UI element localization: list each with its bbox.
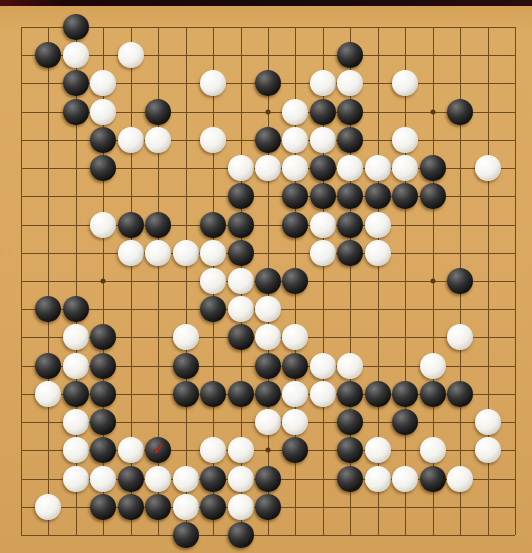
white-stone [365, 466, 391, 492]
black-stone [282, 353, 308, 379]
white-stone [282, 99, 308, 125]
white-stone [475, 155, 501, 181]
black-stone [337, 183, 363, 209]
black-stone [392, 409, 418, 435]
white-stone [255, 296, 281, 322]
white-stone [90, 466, 116, 492]
white-stone [255, 155, 281, 181]
black-stone [447, 268, 473, 294]
white-stone [282, 155, 308, 181]
white-stone [145, 127, 171, 153]
go-board[interactable]: ✓ [0, 0, 532, 553]
black-stone [255, 381, 281, 407]
black-stone [173, 353, 199, 379]
black-stone [282, 212, 308, 238]
black-stone [228, 183, 254, 209]
black-stone [337, 437, 363, 463]
white-stone [200, 240, 226, 266]
white-stone [200, 437, 226, 463]
white-stone [365, 212, 391, 238]
black-stone [90, 409, 116, 435]
black-stone [337, 381, 363, 407]
black-stone [228, 240, 254, 266]
black-stone [337, 99, 363, 125]
white-stone [447, 466, 473, 492]
black-stone [420, 466, 446, 492]
black-stone [173, 381, 199, 407]
black-stone [228, 381, 254, 407]
white-stone [475, 409, 501, 435]
white-stone [337, 70, 363, 96]
white-stone [282, 324, 308, 350]
video-frame: ✓ [0, 0, 532, 553]
white-stone [337, 155, 363, 181]
white-stone [145, 240, 171, 266]
black-stone [420, 183, 446, 209]
star-point [430, 109, 435, 114]
black-stone [90, 437, 116, 463]
white-stone [63, 353, 89, 379]
black-stone [255, 466, 281, 492]
black-stone [447, 99, 473, 125]
white-stone [173, 324, 199, 350]
white-stone [90, 212, 116, 238]
white-stone [118, 437, 144, 463]
white-stone [392, 70, 418, 96]
white-stone [475, 437, 501, 463]
black-stone [282, 183, 308, 209]
grid-line-vertical [515, 27, 516, 535]
black-stone [118, 466, 144, 492]
white-stone [63, 466, 89, 492]
black-stone [337, 127, 363, 153]
black-stone [63, 14, 89, 40]
black-stone [420, 155, 446, 181]
white-stone [310, 353, 336, 379]
white-stone [392, 466, 418, 492]
black-stone [392, 183, 418, 209]
last-move-marker: ✓ [152, 442, 165, 457]
black-stone [282, 437, 308, 463]
white-stone [118, 240, 144, 266]
black-stone [365, 381, 391, 407]
white-stone [228, 268, 254, 294]
white-stone [63, 42, 89, 68]
black-stone [337, 212, 363, 238]
black-stone [255, 127, 281, 153]
black-stone [337, 240, 363, 266]
black-stone [90, 353, 116, 379]
white-stone [200, 268, 226, 294]
white-stone [365, 437, 391, 463]
black-stone [310, 99, 336, 125]
black-stone [447, 381, 473, 407]
black-stone [90, 381, 116, 407]
white-stone [228, 155, 254, 181]
black-stone [310, 183, 336, 209]
black-stone [200, 296, 226, 322]
white-stone [228, 296, 254, 322]
white-stone [63, 324, 89, 350]
black-stone [228, 212, 254, 238]
black-stone [63, 99, 89, 125]
star-point [430, 279, 435, 284]
black-stone [255, 353, 281, 379]
black-stone [173, 522, 199, 548]
white-stone [90, 70, 116, 96]
black-stone [90, 155, 116, 181]
white-stone [392, 127, 418, 153]
white-stone [420, 437, 446, 463]
white-stone [35, 381, 61, 407]
white-stone [420, 353, 446, 379]
black-stone [337, 42, 363, 68]
black-stone [365, 183, 391, 209]
black-stone [118, 494, 144, 520]
white-stone [173, 240, 199, 266]
white-stone [200, 127, 226, 153]
black-stone [90, 494, 116, 520]
black-stone [255, 70, 281, 96]
white-stone [35, 494, 61, 520]
black-stone [420, 381, 446, 407]
black-stone [337, 409, 363, 435]
black-stone [255, 268, 281, 294]
white-stone [173, 494, 199, 520]
star-point [266, 109, 271, 114]
black-stone [200, 212, 226, 238]
white-stone [255, 324, 281, 350]
white-stone [90, 99, 116, 125]
white-stone [63, 409, 89, 435]
white-stone [200, 70, 226, 96]
white-stone [173, 466, 199, 492]
white-stone [228, 494, 254, 520]
white-stone [310, 127, 336, 153]
white-stone [392, 155, 418, 181]
white-stone [63, 437, 89, 463]
star-point [101, 279, 106, 284]
white-stone [310, 240, 336, 266]
black-stone [145, 99, 171, 125]
black-stone [145, 212, 171, 238]
black-stone [90, 324, 116, 350]
black-stone [255, 494, 281, 520]
white-stone [145, 466, 171, 492]
black-stone: ✓ [145, 437, 171, 463]
black-stone [228, 522, 254, 548]
black-stone [118, 212, 144, 238]
black-stone [35, 296, 61, 322]
black-stone [392, 381, 418, 407]
white-stone [118, 127, 144, 153]
black-stone [35, 42, 61, 68]
white-stone [337, 353, 363, 379]
grid-line-vertical [405, 27, 406, 535]
black-stone [63, 381, 89, 407]
black-stone [200, 466, 226, 492]
white-stone [228, 437, 254, 463]
white-stone [282, 409, 308, 435]
white-stone [228, 466, 254, 492]
star-point [266, 448, 271, 453]
white-stone [365, 155, 391, 181]
black-stone [63, 296, 89, 322]
white-stone [255, 409, 281, 435]
white-stone [310, 70, 336, 96]
white-stone [447, 324, 473, 350]
black-stone [145, 494, 171, 520]
black-stone [200, 494, 226, 520]
black-stone [228, 324, 254, 350]
black-stone [90, 127, 116, 153]
black-stone [200, 381, 226, 407]
white-stone [310, 381, 336, 407]
white-stone [282, 127, 308, 153]
black-stone [63, 70, 89, 96]
black-stone [282, 268, 308, 294]
grid-line-horizontal [21, 535, 515, 536]
white-stone [282, 381, 308, 407]
white-stone [118, 42, 144, 68]
white-stone [365, 240, 391, 266]
black-stone [35, 353, 61, 379]
black-stone [310, 155, 336, 181]
white-stone [310, 212, 336, 238]
black-stone [337, 466, 363, 492]
